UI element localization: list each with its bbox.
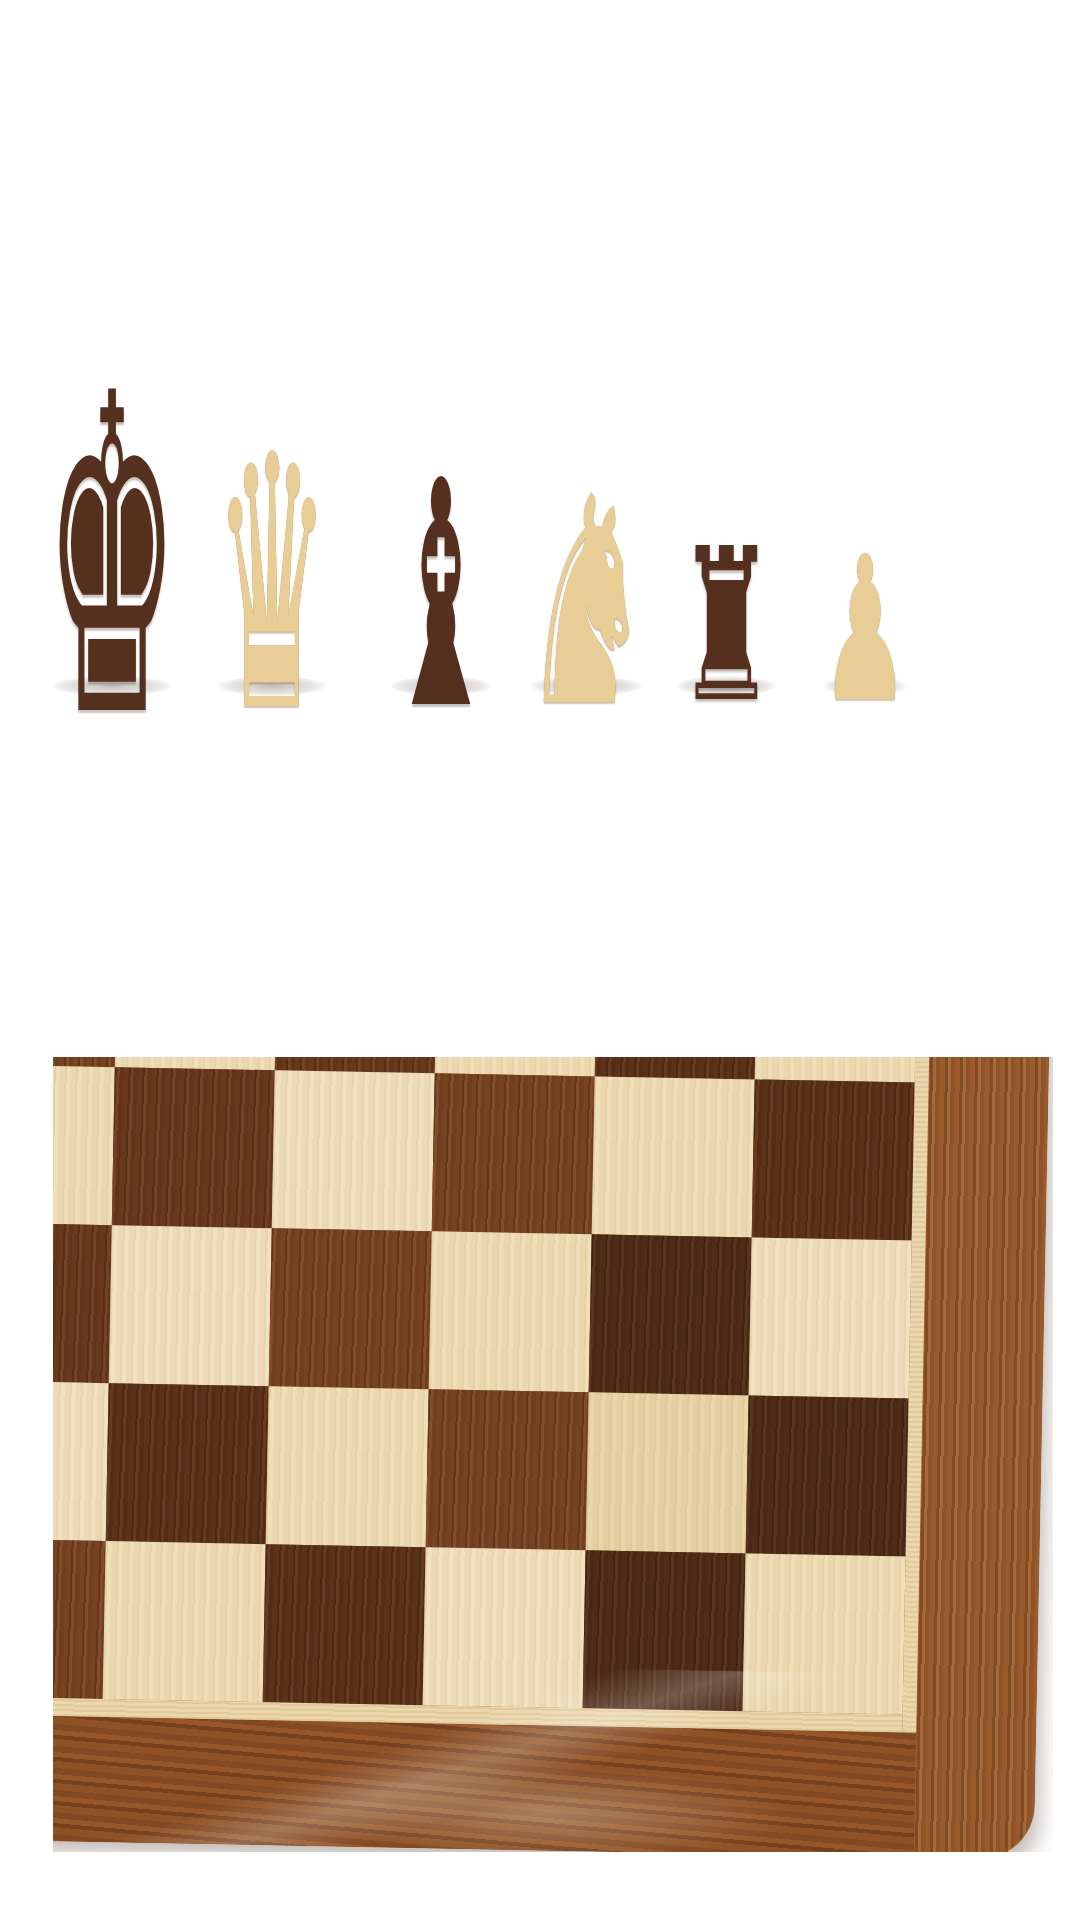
board-square [755,1057,918,1083]
board-square [432,1073,595,1234]
board-square [746,1395,909,1556]
chessboard-photo [53,1057,1053,1852]
board-square [749,1237,912,1398]
board-square [592,1076,755,1237]
board-square [53,1380,109,1541]
bishop-piece-rosewood: ♝ [379,440,504,752]
board-square [272,1070,435,1231]
board-grid [53,1057,918,1714]
board-square [589,1234,752,1395]
queen-piece-boxwood: ♛ [207,410,337,760]
board-square [109,1225,272,1386]
knight-piece-boxwood: ♞ [511,460,660,747]
board-square [106,1383,269,1544]
chessboard [53,1057,1052,1852]
rook-piece-rosewood: ♜ [671,521,781,732]
board-square [586,1392,749,1553]
product-photo: ♚♛♝♞♜♟ [0,0,1080,1920]
frame-gloss-highlight [53,1656,1037,1852]
pawn-piece-boxwood: ♟ [815,530,915,730]
board-square [53,1064,115,1225]
board-square [426,1389,589,1550]
board-square [429,1231,592,1392]
board-square [752,1079,915,1240]
board-square [53,1222,112,1383]
king-piece-rosewood: ♚ [37,338,187,778]
board-square [112,1067,275,1228]
board-square [269,1228,432,1389]
board-square [266,1386,429,1547]
